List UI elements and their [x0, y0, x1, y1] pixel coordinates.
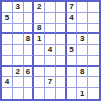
- cell-r8c4-empty[interactable]: [34, 77, 45, 88]
- cell-r4c4-given[interactable]: 1: [34, 34, 45, 45]
- cell-r7c8-given[interactable]: 8: [77, 67, 88, 78]
- cell-r5c1-empty[interactable]: [2, 45, 13, 56]
- cell-r9c8-given[interactable]: 1: [77, 88, 88, 99]
- cell-r6c4-empty[interactable]: [34, 56, 45, 67]
- cell-r7c7-empty[interactable]: [67, 67, 78, 78]
- cell-r6c8-empty[interactable]: [77, 56, 88, 67]
- cell-r9c4-empty[interactable]: [34, 88, 45, 99]
- cell-r5c7-given[interactable]: 5: [67, 45, 78, 56]
- cell-r1c1-empty[interactable]: [2, 2, 13, 13]
- cell-r9c9-empty[interactable]: [88, 88, 99, 99]
- cell-r9c7-empty[interactable]: [67, 88, 78, 99]
- cell-r2c3-empty[interactable]: [24, 13, 35, 24]
- cell-r5c5-given[interactable]: 4: [45, 45, 56, 56]
- cell-r3c4-given[interactable]: 8: [34, 24, 45, 35]
- cell-r1c3-empty[interactable]: [24, 2, 35, 13]
- cell-r1c6-empty[interactable]: [56, 2, 67, 13]
- cell-r5c8-empty[interactable]: [77, 45, 88, 56]
- cell-r8c2-empty[interactable]: [13, 77, 24, 88]
- cell-r6c1-empty[interactable]: [2, 56, 13, 67]
- cell-r8c3-empty[interactable]: [24, 77, 35, 88]
- cell-r9c6-empty[interactable]: [56, 88, 67, 99]
- cell-r1c7-given[interactable]: 7: [67, 2, 78, 13]
- cell-r4c3-given[interactable]: 8: [24, 34, 35, 45]
- cell-r1c2-given[interactable]: 3: [13, 2, 24, 13]
- cell-r1c5-empty[interactable]: [45, 2, 56, 13]
- cell-r4c1-empty[interactable]: [2, 34, 13, 45]
- cell-r8c8-empty[interactable]: [77, 77, 88, 88]
- cell-r7c5-empty[interactable]: [45, 67, 56, 78]
- cell-r3c6-empty[interactable]: [56, 24, 67, 35]
- cell-r4c5-empty[interactable]: [45, 34, 56, 45]
- cell-r4c9-empty[interactable]: [88, 34, 99, 45]
- cell-r2c5-empty[interactable]: [45, 13, 56, 24]
- cell-r5c6-empty[interactable]: [56, 45, 67, 56]
- cell-r5c2-empty[interactable]: [13, 45, 24, 56]
- cell-r4c6-empty[interactable]: [56, 34, 67, 45]
- cell-r8c9-empty[interactable]: [88, 77, 99, 88]
- cell-r6c7-empty[interactable]: [67, 56, 78, 67]
- cell-r3c9-empty[interactable]: [88, 24, 99, 35]
- cell-r7c3-given[interactable]: 6: [24, 67, 35, 78]
- cell-r6c2-empty[interactable]: [13, 56, 24, 67]
- cell-r9c3-empty[interactable]: [24, 88, 35, 99]
- cell-r2c7-given[interactable]: 4: [67, 13, 78, 24]
- cell-r3c7-empty[interactable]: [67, 24, 78, 35]
- cell-r2c6-empty[interactable]: [56, 13, 67, 24]
- cell-r4c2-empty[interactable]: [13, 34, 24, 45]
- cell-r6c9-empty[interactable]: [88, 56, 99, 67]
- cell-r6c3-empty[interactable]: [24, 56, 35, 67]
- cell-r5c9-empty[interactable]: [88, 45, 99, 56]
- cell-r3c5-empty[interactable]: [45, 24, 56, 35]
- cell-r7c2-given[interactable]: 2: [13, 67, 24, 78]
- cell-r4c7-empty[interactable]: [67, 34, 78, 45]
- cell-r2c2-empty[interactable]: [13, 13, 24, 24]
- cell-r3c1-empty[interactable]: [2, 24, 13, 35]
- cell-r4c8-given[interactable]: 3: [77, 34, 88, 45]
- cell-r1c4-given[interactable]: 2: [34, 2, 45, 13]
- cell-r8c6-empty[interactable]: [56, 77, 67, 88]
- cell-r3c3-empty[interactable]: [24, 24, 35, 35]
- cell-r1c9-empty[interactable]: [88, 2, 99, 13]
- cell-r8c1-given[interactable]: 4: [2, 77, 13, 88]
- cell-r7c6-empty[interactable]: [56, 67, 67, 78]
- cell-r7c9-empty[interactable]: [88, 67, 99, 78]
- cell-r3c2-empty[interactable]: [13, 24, 24, 35]
- cell-r9c1-empty[interactable]: [2, 88, 13, 99]
- cell-r2c9-empty[interactable]: [88, 13, 99, 24]
- cell-r2c1-given[interactable]: 5: [2, 13, 13, 24]
- cell-r3c8-empty[interactable]: [77, 24, 88, 35]
- cell-r7c1-empty[interactable]: [2, 67, 13, 78]
- cell-r6c5-empty[interactable]: [45, 56, 56, 67]
- cell-r7c4-empty[interactable]: [34, 67, 45, 78]
- cell-r8c7-empty[interactable]: [67, 77, 78, 88]
- cell-r1c8-empty[interactable]: [77, 2, 88, 13]
- cell-r5c3-empty[interactable]: [24, 45, 35, 56]
- cell-r5c4-empty[interactable]: [34, 45, 45, 56]
- cell-r9c5-empty[interactable]: [45, 88, 56, 99]
- cell-r2c4-empty[interactable]: [34, 13, 45, 24]
- cell-r2c8-empty[interactable]: [77, 13, 88, 24]
- cell-r8c5-given[interactable]: 7: [45, 77, 56, 88]
- cell-r6c6-empty[interactable]: [56, 56, 67, 67]
- cell-r9c2-empty[interactable]: [13, 88, 24, 99]
- sudoku-board: 32754881345268471: [0, 0, 101, 101]
